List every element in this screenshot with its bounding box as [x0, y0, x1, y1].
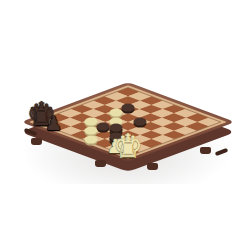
dark-pawn-piece: ♟	[45, 113, 62, 132]
product-photo: ♜♞♝♛♚♝♞♜♟♟♟♟♟♟♟♟♟♟♟♟♟♟♟♟♜♞♝♛♚♝♞♜	[0, 0, 250, 250]
cream-checker-disc	[84, 136, 97, 144]
cream-rook-piece: ♜	[117, 137, 139, 161]
dark-checker-disc	[134, 118, 147, 126]
cream-checker-disc	[84, 118, 97, 126]
cream-checker-disc	[109, 108, 122, 116]
dark-checker-disc	[97, 122, 110, 130]
dark-checker-disc	[122, 104, 135, 112]
cream-checker-disc	[84, 127, 97, 135]
pieces-layer: ♜♞♝♛♚♝♞♜♟♟♟♟♟♟♟♟♟♟♟♟♟♟♟♟♜♞♝♛♚♝♞♜	[0, 0, 250, 250]
